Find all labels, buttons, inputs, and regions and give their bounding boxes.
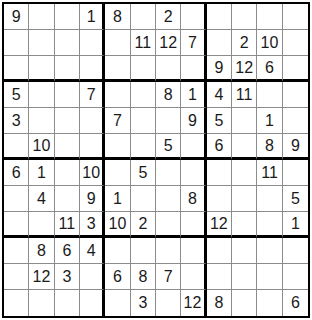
cell-r9c12-given: 1 — [283, 212, 308, 238]
cell-r5c11-given: 1 — [257, 108, 282, 134]
cell-r5c12-empty[interactable] — [283, 108, 308, 134]
cell-r8c9-empty[interactable] — [207, 186, 232, 212]
cell-r3c7-empty[interactable] — [156, 56, 181, 82]
cell-r9c7-empty[interactable] — [156, 212, 181, 238]
cell-r10c4-given: 4 — [80, 238, 105, 264]
cell-r8c5-given: 1 — [105, 186, 130, 212]
cell-r4c1-given: 5 — [4, 82, 29, 108]
cell-r9c9-given: 12 — [207, 212, 232, 238]
cell-r3c1-empty[interactable] — [4, 56, 29, 82]
cell-r2c8-given: 7 — [181, 30, 206, 56]
cell-r1c1-given: 9 — [4, 4, 29, 30]
cell-r11c7-given: 7 — [156, 264, 181, 290]
cell-r12c8-given: 12 — [181, 290, 206, 316]
cell-r12c9-given: 8 — [207, 290, 232, 316]
cell-r6c3-empty[interactable] — [55, 134, 80, 160]
cell-r3c11-given: 6 — [257, 56, 282, 82]
cell-r1c7-given: 2 — [156, 4, 181, 30]
cell-r4c2-empty[interactable] — [29, 82, 54, 108]
cell-r11c6-given: 8 — [131, 264, 156, 290]
cell-r6c11-given: 8 — [257, 134, 282, 160]
cell-r7c11-given: 11 — [257, 160, 282, 186]
cell-r3c3-empty[interactable] — [55, 56, 80, 82]
cell-r11c2-given: 12 — [29, 264, 54, 290]
cell-r2c5-empty[interactable] — [105, 30, 130, 56]
cell-r4c9-given: 4 — [207, 82, 232, 108]
cell-r11c4-empty[interactable] — [80, 264, 105, 290]
cell-r8c12-given: 5 — [283, 186, 308, 212]
cell-r4c4-given: 7 — [80, 82, 105, 108]
cell-r1c4-given: 1 — [80, 4, 105, 30]
cell-r4c10-given: 11 — [232, 82, 257, 108]
cell-r7c2-given: 1 — [29, 160, 54, 186]
cell-r10c5-empty[interactable] — [105, 238, 130, 264]
cell-r9c1-empty[interactable] — [4, 212, 29, 238]
cell-r10c11-empty[interactable] — [257, 238, 282, 264]
cell-r3c8-empty[interactable] — [181, 56, 206, 82]
cell-r1c12-empty[interactable] — [283, 4, 308, 30]
cell-r7c1-given: 6 — [4, 160, 29, 186]
cell-r9c5-given: 10 — [105, 212, 130, 238]
cell-r6c12-given: 9 — [283, 134, 308, 160]
cell-r9c3-given: 11 — [55, 212, 80, 238]
cell-r12c6-given: 3 — [131, 290, 156, 316]
cell-r8c6-empty[interactable] — [131, 186, 156, 212]
cell-r4c6-empty[interactable] — [131, 82, 156, 108]
cell-r3c10-given: 12 — [232, 56, 257, 82]
cell-r7c5-empty[interactable] — [105, 160, 130, 186]
cell-r7c8-empty[interactable] — [181, 160, 206, 186]
cell-r9c6-given: 2 — [131, 212, 156, 238]
cell-r11c8-empty[interactable] — [181, 264, 206, 290]
cell-r5c5-given: 7 — [105, 108, 130, 134]
cell-r7c3-empty[interactable] — [55, 160, 80, 186]
cell-r4c5-empty[interactable] — [105, 82, 130, 108]
cell-r3c9-given: 9 — [207, 56, 232, 82]
sudoku-board: 9182111272109126578141137951105689611051… — [2, 2, 310, 318]
cell-r4c7-given: 8 — [156, 82, 181, 108]
cell-r2c1-empty[interactable] — [4, 30, 29, 56]
cell-r12c7-empty[interactable] — [156, 290, 181, 316]
cell-r2c9-empty[interactable] — [207, 30, 232, 56]
cell-r8c2-given: 4 — [29, 186, 54, 212]
sudoku-page: 9182111272109126578141137951105689611051… — [0, 0, 312, 320]
cell-r12c1-empty[interactable] — [4, 290, 29, 316]
cell-r6c2-given: 10 — [29, 134, 54, 160]
cell-r6c7-given: 5 — [156, 134, 181, 160]
cell-r5c10-empty[interactable] — [232, 108, 257, 134]
cell-r2c11-given: 10 — [257, 30, 282, 56]
cell-r7c9-empty[interactable] — [207, 160, 232, 186]
cell-r12c4-empty[interactable] — [80, 290, 105, 316]
cell-r6c6-empty[interactable] — [131, 134, 156, 160]
cell-r1c8-empty[interactable] — [181, 4, 206, 30]
cell-r10c8-empty[interactable] — [181, 238, 206, 264]
cell-r12c5-empty[interactable] — [105, 290, 130, 316]
cell-r7c12-empty[interactable] — [283, 160, 308, 186]
cell-r5c9-given: 5 — [207, 108, 232, 134]
cell-r2c10-given: 2 — [232, 30, 257, 56]
cell-r6c1-empty[interactable] — [4, 134, 29, 160]
cell-r6c8-empty[interactable] — [181, 134, 206, 160]
cell-r12c3-empty[interactable] — [55, 290, 80, 316]
cell-r1c10-empty[interactable] — [232, 4, 257, 30]
cell-r1c3-empty[interactable] — [55, 4, 80, 30]
cell-r3c12-empty[interactable] — [283, 56, 308, 82]
cell-r3c5-empty[interactable] — [105, 56, 130, 82]
cell-r7c4-given: 10 — [80, 160, 105, 186]
cell-r6c9-given: 6 — [207, 134, 232, 160]
cell-r12c2-empty[interactable] — [29, 290, 54, 316]
cell-r4c11-empty[interactable] — [257, 82, 282, 108]
cell-r11c1-empty[interactable] — [4, 264, 29, 290]
cell-r11c11-empty[interactable] — [257, 264, 282, 290]
cell-r5c4-empty[interactable] — [80, 108, 105, 134]
cell-r10c10-empty[interactable] — [232, 238, 257, 264]
cell-r9c11-empty[interactable] — [257, 212, 282, 238]
cell-r2c2-empty[interactable] — [29, 30, 54, 56]
cell-r10c9-empty[interactable] — [207, 238, 232, 264]
cell-r6c5-empty[interactable] — [105, 134, 130, 160]
cell-r12c12-given: 6 — [283, 290, 308, 316]
cell-r2c4-empty[interactable] — [80, 30, 105, 56]
cell-r7c7-empty[interactable] — [156, 160, 181, 186]
cell-r1c11-empty[interactable] — [257, 4, 282, 30]
cell-r1c5-given: 8 — [105, 4, 130, 30]
cell-r5c7-empty[interactable] — [156, 108, 181, 134]
cell-r5c8-given: 9 — [181, 108, 206, 134]
cell-r11c12-empty[interactable] — [283, 264, 308, 290]
cell-r2c12-empty[interactable] — [283, 30, 308, 56]
cell-r9c8-empty[interactable] — [181, 212, 206, 238]
cell-r12c11-empty[interactable] — [257, 290, 282, 316]
cell-r6c4-empty[interactable] — [80, 134, 105, 160]
cell-r8c1-empty[interactable] — [4, 186, 29, 212]
cell-r10c2-given: 8 — [29, 238, 54, 264]
cell-r4c12-empty[interactable] — [283, 82, 308, 108]
cell-r8c3-empty[interactable] — [55, 186, 80, 212]
cell-r4c3-empty[interactable] — [55, 82, 80, 108]
cell-r7c6-given: 5 — [131, 160, 156, 186]
cell-r9c4-given: 3 — [80, 212, 105, 238]
cell-r5c2-empty[interactable] — [29, 108, 54, 134]
cell-r9c2-empty[interactable] — [29, 212, 54, 238]
cell-r10c6-empty[interactable] — [131, 238, 156, 264]
cell-r1c6-empty[interactable] — [131, 4, 156, 30]
cell-r8c8-given: 8 — [181, 186, 206, 212]
cell-r1c2-empty[interactable] — [29, 4, 54, 30]
cell-r12c10-empty[interactable] — [232, 290, 257, 316]
cell-r8c11-empty[interactable] — [257, 186, 282, 212]
cell-r3c6-empty[interactable] — [131, 56, 156, 82]
cell-r2c7-given: 12 — [156, 30, 181, 56]
cell-r3c4-empty[interactable] — [80, 56, 105, 82]
cell-r5c6-empty[interactable] — [131, 108, 156, 134]
cell-r11c10-empty[interactable] — [232, 264, 257, 290]
cell-r11c9-empty[interactable] — [207, 264, 232, 290]
cell-r2c3-empty[interactable] — [55, 30, 80, 56]
cell-r11c3-given: 3 — [55, 264, 80, 290]
cell-r6c10-empty[interactable] — [232, 134, 257, 160]
cell-r5c1-given: 3 — [4, 108, 29, 134]
cell-r8c7-empty[interactable] — [156, 186, 181, 212]
cell-r8c4-given: 9 — [80, 186, 105, 212]
cell-r10c12-empty[interactable] — [283, 238, 308, 264]
cell-r10c7-empty[interactable] — [156, 238, 181, 264]
cell-r10c3-given: 6 — [55, 238, 80, 264]
cell-r7c10-empty[interactable] — [232, 160, 257, 186]
cell-r4c8-given: 1 — [181, 82, 206, 108]
cell-r1c9-empty[interactable] — [207, 4, 232, 30]
cell-r5c3-empty[interactable] — [55, 108, 80, 134]
cell-r3c2-empty[interactable] — [29, 56, 54, 82]
cell-r9c10-empty[interactable] — [232, 212, 257, 238]
cell-r10c1-empty[interactable] — [4, 238, 29, 264]
cell-r8c10-empty[interactable] — [232, 186, 257, 212]
cell-r11c5-given: 6 — [105, 264, 130, 290]
cell-r2c6-given: 11 — [131, 30, 156, 56]
